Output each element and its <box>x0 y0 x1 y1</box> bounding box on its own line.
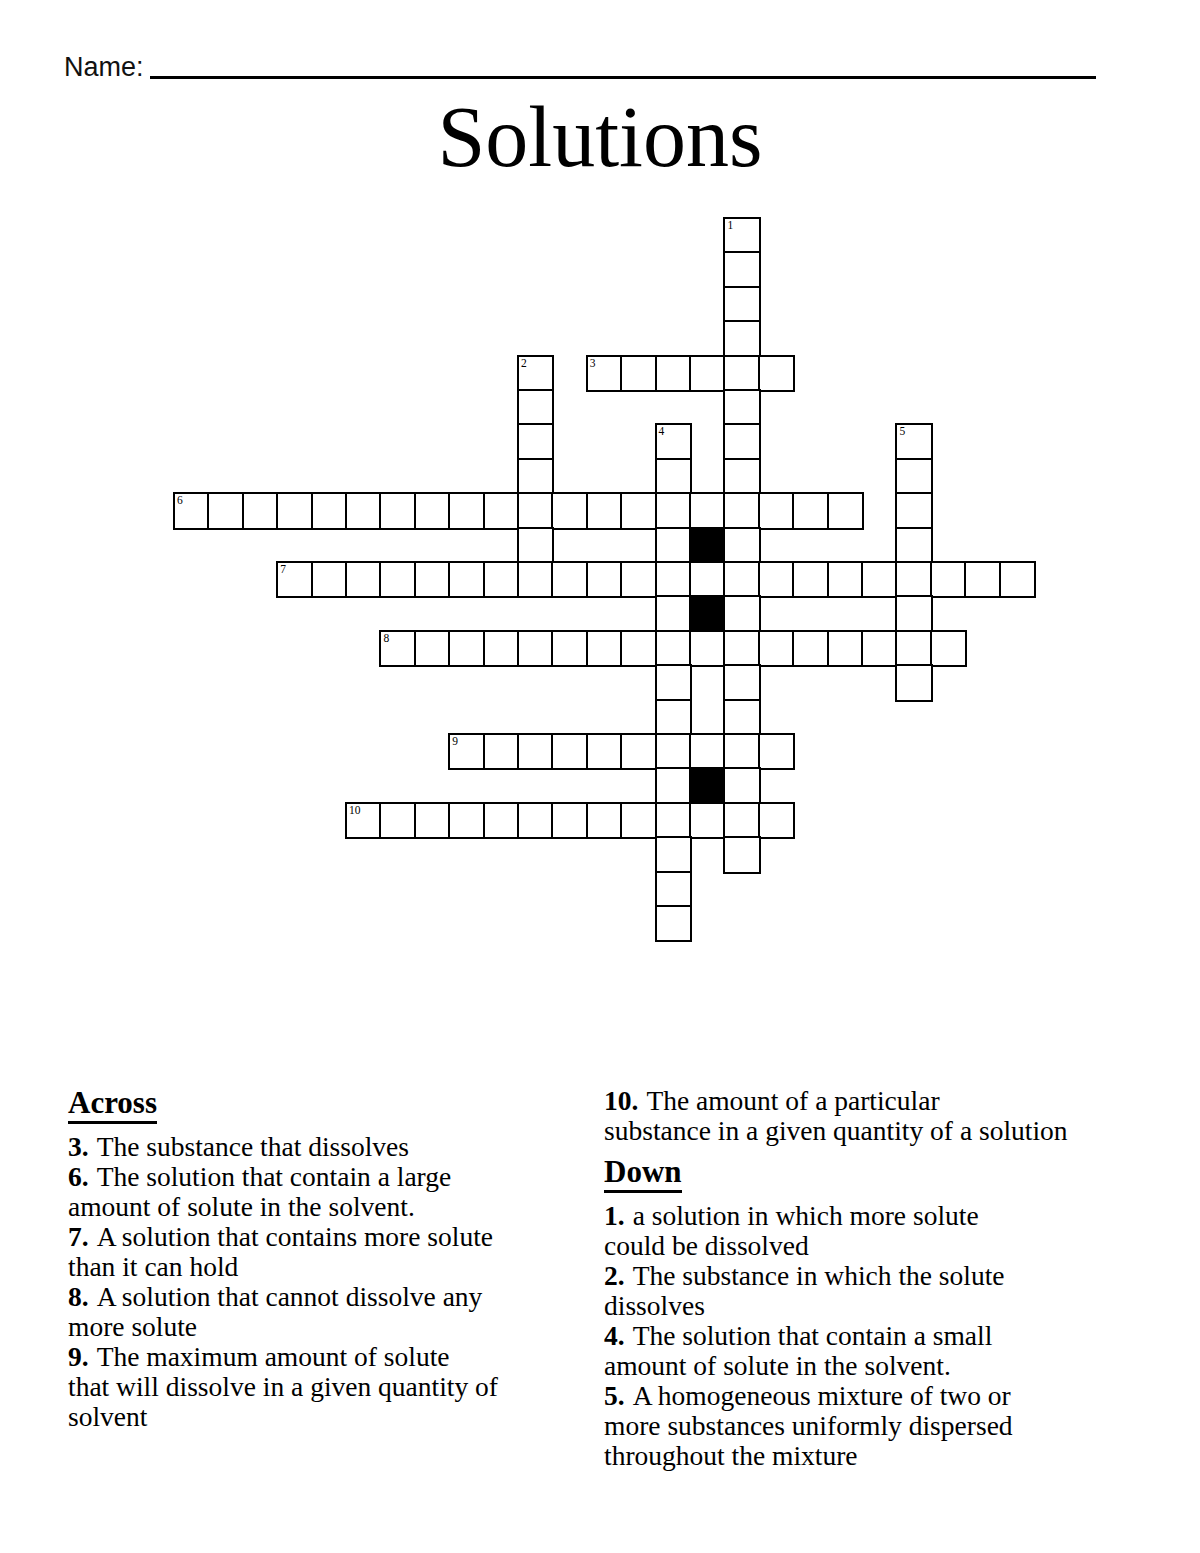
clue-text: The solution that contain a small amount… <box>604 1320 992 1381</box>
grid-cell[interactable] <box>483 630 520 667</box>
grid-cell[interactable] <box>792 492 829 529</box>
grid-cell[interactable]: 1 <box>723 217 760 254</box>
clue-number: 8 <box>383 632 389 645</box>
grid-cell[interactable] <box>689 802 726 839</box>
grid-cell[interactable] <box>483 492 520 529</box>
grid-cell[interactable] <box>379 802 416 839</box>
grid-cell[interactable] <box>620 630 657 667</box>
clue-text: A homogeneous mixture of two or more sub… <box>604 1380 1013 1471</box>
grid-cell[interactable] <box>895 458 932 495</box>
grid-cell[interactable] <box>655 733 692 770</box>
clue-text: The substance in which the solute dissol… <box>604 1260 1005 1321</box>
grid-cell[interactable] <box>551 561 588 598</box>
grid-cell[interactable] <box>723 423 760 460</box>
grid-cell[interactable] <box>620 733 657 770</box>
page-title: Solutions <box>0 94 1200 180</box>
clue-number: 6 <box>177 494 183 507</box>
grid-cell[interactable] <box>930 630 967 667</box>
grid-cell[interactable] <box>620 492 657 529</box>
clue-text: The maximum amount of solute that will d… <box>68 1341 498 1432</box>
clue-num: 6. <box>68 1161 89 1192</box>
grid-cell[interactable] <box>895 630 932 667</box>
grid-cell[interactable] <box>620 561 657 598</box>
grid-cell[interactable] <box>448 561 485 598</box>
clues-left-column: Across 3.The substance that dissolves6.T… <box>68 1086 596 1432</box>
clue: 10.The amount of a particular substance … <box>604 1086 1174 1146</box>
grid-cell[interactable] <box>655 664 692 701</box>
grid-cell[interactable] <box>723 802 760 839</box>
clue-num: 5. <box>604 1380 625 1411</box>
clue-num: 10. <box>604 1085 638 1116</box>
clue-number: 1 <box>727 219 733 232</box>
grid-cell[interactable] <box>792 630 829 667</box>
clue-num: 2. <box>604 1260 625 1291</box>
grid-cell[interactable] <box>311 492 348 529</box>
grid-cell[interactable] <box>723 492 760 529</box>
grid-cell[interactable] <box>517 561 554 598</box>
grid-cell[interactable] <box>827 630 864 667</box>
grid-cell[interactable] <box>414 492 451 529</box>
clue: 8.A solution that cannot dissolve any mo… <box>68 1282 596 1342</box>
grid-cell[interactable] <box>723 527 760 564</box>
across-heading: Across <box>68 1086 596 1124</box>
grid-cell[interactable] <box>517 423 554 460</box>
grid-cell[interactable] <box>723 389 760 426</box>
grid-cell[interactable] <box>414 630 451 667</box>
grid-cell[interactable] <box>723 664 760 701</box>
grid-cell[interactable] <box>723 458 760 495</box>
grid-cell[interactable] <box>586 802 623 839</box>
grid-cell[interactable] <box>655 527 692 564</box>
grid-cell[interactable] <box>483 561 520 598</box>
clue-text: A solution that contains more solute tha… <box>68 1221 493 1282</box>
grid-cell[interactable] <box>276 492 313 529</box>
black-cell <box>689 767 726 804</box>
clue-text: a solution in which more solute could be… <box>604 1200 979 1261</box>
grid-cell[interactable]: 7 <box>276 561 313 598</box>
clue-num: 8. <box>68 1281 89 1312</box>
grid-cell[interactable] <box>723 699 760 736</box>
clues-right-column: 10.The amount of a particular substance … <box>604 1086 1174 1471</box>
across-clues-list: 3.The substance that dissolves6.The solu… <box>68 1132 596 1432</box>
grid-cell[interactable] <box>964 561 1001 598</box>
grid-cell[interactable] <box>758 561 795 598</box>
grid-cell[interactable] <box>689 355 726 392</box>
grid-cell[interactable] <box>655 767 692 804</box>
grid-cell[interactable] <box>242 492 279 529</box>
grid-cell[interactable] <box>723 251 760 288</box>
clue-number: 5 <box>899 425 905 438</box>
clue-num: 4. <box>604 1320 625 1351</box>
grid-cell[interactable] <box>551 630 588 667</box>
name-label: Name: <box>64 52 144 83</box>
grid-cell[interactable] <box>792 561 829 598</box>
grid-cell[interactable] <box>586 561 623 598</box>
grid-cell[interactable]: 10 <box>345 802 382 839</box>
grid-cell[interactable] <box>723 286 760 323</box>
grid-cell[interactable] <box>930 561 967 598</box>
grid-cell[interactable] <box>723 355 760 392</box>
down-clues-list: 1.a solution in which more solute could … <box>604 1201 1174 1471</box>
grid-cell[interactable] <box>586 733 623 770</box>
grid-cell[interactable] <box>414 802 451 839</box>
grid-cell[interactable] <box>689 492 726 529</box>
grid-cell[interactable]: 4 <box>655 423 692 460</box>
grid-cell[interactable] <box>723 767 760 804</box>
clue-number: 3 <box>590 357 596 370</box>
grid-cell[interactable] <box>827 561 864 598</box>
clue-num: 7. <box>68 1221 89 1252</box>
clue: 7.A solution that contains more solute t… <box>68 1222 596 1282</box>
name-fill-in-line[interactable] <box>150 76 1096 79</box>
grid-cell[interactable] <box>861 561 898 598</box>
down-heading: Down <box>604 1155 1174 1193</box>
grid-cell[interactable] <box>586 492 623 529</box>
grid-cell[interactable] <box>723 320 760 357</box>
grid-cell[interactable]: 8 <box>379 630 416 667</box>
grid-cell[interactable] <box>379 492 416 529</box>
grid-cell[interactable]: 2 <box>517 355 554 392</box>
grid-cell[interactable] <box>448 630 485 667</box>
grid-cell[interactable] <box>345 561 382 598</box>
grid-cell[interactable] <box>517 527 554 564</box>
grid-cell[interactable] <box>655 561 692 598</box>
grid-cell[interactable] <box>723 733 760 770</box>
grid-cell[interactable] <box>758 733 795 770</box>
grid-cell[interactable] <box>827 492 864 529</box>
grid-cell[interactable] <box>895 527 932 564</box>
grid-cell[interactable] <box>689 561 726 598</box>
clue: 4.The solution that contain a small amou… <box>604 1321 1174 1381</box>
clue: 6.The solution that contain a large amou… <box>68 1162 596 1222</box>
grid-cell[interactable] <box>517 630 554 667</box>
grid-cell[interactable] <box>655 630 692 667</box>
grid-cell[interactable] <box>483 733 520 770</box>
clue-text: The amount of a particular substance in … <box>604 1085 1068 1146</box>
grid-cell[interactable] <box>586 630 623 667</box>
grid-cell[interactable] <box>655 355 692 392</box>
grid-cell[interactable] <box>551 733 588 770</box>
grid-cell[interactable] <box>517 458 554 495</box>
clue-num: 3. <box>68 1131 89 1162</box>
clue-text: The solution that contain a large amount… <box>68 1161 451 1222</box>
grid-cell[interactable]: 5 <box>895 423 932 460</box>
grid-cell[interactable] <box>895 492 932 529</box>
black-cell <box>689 527 726 564</box>
clue-text: The substance that dissolves <box>97 1131 409 1162</box>
grid-cell[interactable] <box>895 664 932 701</box>
grid-cell[interactable] <box>517 389 554 426</box>
grid-cell[interactable] <box>999 561 1036 598</box>
grid-cell[interactable] <box>758 630 795 667</box>
clue-num: 9. <box>68 1341 89 1372</box>
grid-cell[interactable] <box>551 802 588 839</box>
grid-cell[interactable] <box>448 492 485 529</box>
grid-cell[interactable] <box>758 355 795 392</box>
clue-number: 7 <box>280 563 286 576</box>
grid-cell[interactable] <box>655 905 692 942</box>
clue: 9.The maximum amount of solute that will… <box>68 1342 596 1432</box>
grid-cell[interactable] <box>207 492 244 529</box>
grid-cell[interactable] <box>655 836 692 873</box>
grid-cell[interactable] <box>517 492 554 529</box>
clue: 3.The substance that dissolves <box>68 1132 596 1162</box>
clue-number: 2 <box>521 357 527 370</box>
grid-cell[interactable] <box>689 733 726 770</box>
clue-text: A solution that cannot dissolve any more… <box>68 1281 482 1342</box>
grid-cell[interactable] <box>723 561 760 598</box>
grid-cell[interactable] <box>689 630 726 667</box>
grid-cell[interactable] <box>620 355 657 392</box>
grid-cell[interactable] <box>517 802 554 839</box>
clue-number: 9 <box>452 735 458 748</box>
grid-cell[interactable] <box>517 733 554 770</box>
grid-cell[interactable] <box>655 699 692 736</box>
grid-cell[interactable] <box>655 871 692 908</box>
grid-cell[interactable] <box>483 802 520 839</box>
grid-cell[interactable]: 6 <box>173 492 210 529</box>
grid-cell[interactable] <box>655 802 692 839</box>
grid-cell[interactable] <box>345 492 382 529</box>
crossword-grid: 12345678910 <box>173 217 1037 943</box>
clue-num: 1. <box>604 1200 625 1231</box>
grid-cell[interactable] <box>620 802 657 839</box>
grid-cell[interactable] <box>723 595 760 632</box>
grid-cell[interactable] <box>723 836 760 873</box>
clue-number: 10 <box>349 804 361 817</box>
clue: 2.The substance in which the solute diss… <box>604 1261 1174 1321</box>
grid-cell[interactable] <box>895 595 932 632</box>
grid-cell[interactable] <box>414 561 451 598</box>
grid-cell[interactable] <box>379 561 416 598</box>
black-cell <box>689 595 726 632</box>
across-overflow-clues-list: 10.The amount of a particular substance … <box>604 1086 1174 1146</box>
grid-cell[interactable] <box>655 458 692 495</box>
grid-cell[interactable] <box>723 630 760 667</box>
clue-number: 4 <box>659 425 665 438</box>
grid-cell[interactable] <box>311 561 348 598</box>
grid-cell[interactable] <box>551 492 588 529</box>
grid-cell[interactable] <box>655 492 692 529</box>
clue: 5.A homogeneous mixture of two or more s… <box>604 1381 1174 1471</box>
grid-cell[interactable] <box>448 802 485 839</box>
grid-cell[interactable]: 3 <box>586 355 623 392</box>
grid-cell[interactable] <box>861 630 898 667</box>
grid-cell[interactable] <box>895 561 932 598</box>
grid-cell[interactable] <box>758 802 795 839</box>
grid-cell[interactable] <box>655 595 692 632</box>
grid-cell[interactable]: 9 <box>448 733 485 770</box>
clue: 1.a solution in which more solute could … <box>604 1201 1174 1261</box>
grid-cell[interactable] <box>758 492 795 529</box>
